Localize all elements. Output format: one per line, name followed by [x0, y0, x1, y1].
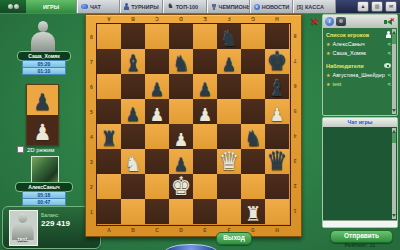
bottom-logo-icon	[165, 244, 217, 250]
cashier-icon: [$]	[297, 4, 303, 10]
player-name: Августина_Шнейдер	[332, 72, 385, 78]
players-header: Список игроков	[326, 30, 391, 39]
square-c1[interactable]	[145, 199, 169, 224]
balance-label: Баланс:	[41, 212, 59, 218]
black-bishop-piece: ♝	[121, 52, 145, 74]
black-bishop-piece: ♝	[265, 77, 289, 99]
players-header-label: Список игроков	[326, 32, 369, 38]
tab-label: ЧАТ	[90, 4, 101, 10]
file-label-bottom: C	[145, 224, 169, 236]
white-knight-piece: ♞	[121, 153, 145, 174]
tournament-person-icon	[124, 3, 129, 10]
tab-chat[interactable]: ЧАТ	[77, 0, 120, 13]
bottom-player-clock2: 00:47	[22, 198, 66, 206]
tab-label: ЧЕМПИОНЫ	[219, 4, 250, 10]
black-pawn-piece: ♟	[121, 106, 145, 124]
mode-label: 2D режим	[27, 147, 54, 153]
black-knight-piece: ♞	[217, 28, 241, 49]
square-d1[interactable]	[169, 199, 193, 224]
chess-board: ABCDEFGH8♞87♝♞♟♚76♟♟♝65♟♟♟♟54♜♟♞43♞♟♛♛32…	[86, 15, 301, 236]
square-a3[interactable]	[97, 149, 121, 174]
player-name: АлексСаныч	[332, 41, 385, 47]
rank-label-left: 3	[86, 149, 97, 174]
square-e3[interactable]	[193, 149, 217, 174]
square-a2[interactable]	[97, 174, 121, 199]
square-e4[interactable]	[193, 124, 217, 149]
file-label-bottom: D	[169, 224, 193, 236]
tab-label: НОВОСТИ	[262, 4, 290, 10]
file-label-top: A	[97, 15, 121, 24]
square-d7[interactable]: ♞	[169, 49, 193, 74]
chat-messages	[323, 127, 397, 220]
tab-label: ТУРНИРЫ	[131, 4, 158, 10]
black-pawn-piece: ♟	[217, 56, 241, 74]
window-buttons: ▲ ▥ ✉	[336, 0, 400, 13]
rank-label-right: 5	[289, 99, 301, 124]
square-d6[interactable]	[169, 74, 193, 99]
square-a5[interactable]	[97, 99, 121, 124]
square-g7[interactable]	[241, 49, 265, 74]
rank-label-right: 4	[289, 124, 301, 149]
square-e1[interactable]	[193, 199, 217, 224]
white-pawn-piece: ♟	[145, 106, 169, 124]
square-b1[interactable]	[121, 199, 145, 224]
tab-tournaments[interactable]: ТУРНИРЫ	[120, 0, 163, 13]
toolbar-tabs: ИГРЫЧАТТУРНИРЫ♞ТОП-100ЧЕМПИОНЫiНОВОСТИ[$…	[26, 0, 336, 13]
preview-square-dark: ♟	[27, 115, 58, 145]
square-h6[interactable]: ♝	[265, 74, 289, 99]
square-g2[interactable]	[241, 174, 265, 199]
square-f3[interactable]: ♛	[217, 149, 241, 174]
square-b6[interactable]	[121, 74, 145, 99]
black-pawn-preview-icon: ♟	[27, 91, 58, 113]
file-label-bottom: A	[97, 224, 121, 236]
square-b2[interactable]	[121, 174, 145, 199]
square-a4[interactable]: ♜	[97, 124, 121, 149]
mode-checkbox[interactable]	[17, 146, 24, 153]
observers-eye-icon	[384, 63, 391, 68]
bottom-player-avatar	[31, 156, 59, 184]
square-h2[interactable]	[265, 174, 289, 199]
black-pawn-piece: ♟	[193, 81, 217, 99]
square-c2[interactable]	[145, 174, 169, 199]
file-label-bottom: B	[121, 224, 145, 236]
square-f6[interactable]	[217, 74, 241, 99]
black-knight-piece: ♞	[169, 53, 193, 74]
square-f5[interactable]	[217, 99, 241, 124]
square-b7[interactable]: ♝	[121, 49, 145, 74]
square-g5[interactable]	[241, 99, 265, 124]
square-e6[interactable]: ♟	[193, 74, 217, 99]
square-d5[interactable]	[169, 99, 193, 124]
square-c4[interactable]	[145, 124, 169, 149]
rating-label: Рейтинг: 11	[328, 242, 392, 248]
tab-news[interactable]: iНОВОСТИ	[250, 0, 293, 13]
trophy-icon	[211, 4, 217, 10]
rank-label-left: 7	[86, 49, 97, 74]
star-icon: ★	[326, 41, 330, 47]
site-logo-icon[interactable]	[0, 0, 26, 13]
chat-header: Чат игры	[323, 118, 397, 127]
stats-icon[interactable]: ▥	[371, 1, 383, 12]
top-player-clock2: 01:10	[22, 67, 66, 75]
preview-square-light: ♟	[27, 85, 58, 115]
rank-label-right: 6	[289, 74, 301, 99]
players-rows: ★АлексСаныч<★Саша_Хомяк<	[326, 39, 391, 57]
tab-label: ТОП-100	[176, 4, 198, 10]
chat-scrollbar[interactable]	[392, 128, 396, 219]
chat-bubble-icon	[81, 4, 88, 9]
square-b5[interactable]: ♟	[121, 99, 145, 124]
balance-value: 229 419	[41, 219, 70, 228]
username: test	[9, 236, 36, 242]
white-pawn-piece: ♟	[265, 106, 289, 124]
square-g1[interactable]: ♜	[241, 199, 265, 224]
file-label-top: H	[265, 15, 289, 24]
black-knight-piece: ♞	[241, 128, 265, 149]
square-c3[interactable]	[145, 149, 169, 174]
rank-label-left: 6	[86, 74, 97, 99]
piece-style-preview: ♟ ♟	[26, 84, 59, 146]
player-row[interactable]: ★Саша_Хомяк<	[326, 48, 391, 57]
chat-panel: Чат игры	[322, 117, 398, 228]
close-icon[interactable]: ✕	[308, 15, 321, 28]
board-corner	[86, 224, 97, 236]
players-panel: i ✕ Список игроков ★АлексСаныч<★Саша_Хом…	[322, 14, 398, 116]
observers-rows: ★Августина_Шнейдер<★test<	[326, 70, 391, 88]
black-pawn-piece: ♟	[145, 81, 169, 99]
square-g3[interactable]	[241, 149, 265, 174]
square-f2[interactable]	[217, 174, 241, 199]
white-rook-piece: ♜	[241, 204, 265, 224]
file-label-top: F	[217, 15, 241, 24]
file-label-bottom: H	[265, 224, 289, 236]
chat-input[interactable]	[323, 220, 397, 227]
square-b4[interactable]	[121, 124, 145, 149]
rank-label-right: 8	[289, 24, 301, 49]
square-h1[interactable]	[265, 199, 289, 224]
main-toolbar: ИГРЫЧАТТУРНИРЫ♞ТОП-100ЧЕМПИОНЫiНОВОСТИ[$…	[0, 0, 400, 14]
square-h3[interactable]: ♛	[265, 149, 289, 174]
square-d2[interactable]: ♚	[169, 174, 193, 199]
rank-label-left: 2	[86, 174, 97, 199]
star-icon: ★	[326, 72, 330, 78]
mail-icon[interactable]: ✉	[385, 1, 397, 12]
white-pawn-preview-icon: ♟	[27, 121, 58, 143]
board-corner	[289, 15, 301, 24]
join-arrow-icon[interactable]: <	[387, 81, 391, 87]
file-label-top: E	[193, 15, 217, 24]
top-player-avatar	[31, 21, 55, 51]
info-icon[interactable]: i	[325, 17, 334, 26]
white-pawn-piece: ♟	[169, 131, 193, 149]
game-window: ИГРЫЧАТТУРНИРЫ♞ТОП-100ЧЕМПИОНЫiНОВОСТИ[$…	[0, 0, 400, 250]
square-c7[interactable]	[145, 49, 169, 74]
square-d4[interactable]: ♟	[169, 124, 193, 149]
players-scrollbar[interactable]	[392, 29, 396, 114]
file-label-top: G	[241, 15, 265, 24]
square-a7[interactable]	[97, 49, 121, 74]
black-queen-piece: ♛	[265, 148, 289, 174]
square-e8[interactable]	[193, 24, 217, 49]
news-info-icon: i	[254, 4, 260, 10]
white-king-piece: ♚	[169, 173, 193, 199]
square-d8[interactable]	[169, 24, 193, 49]
white-pawn-piece: ♟	[193, 106, 217, 124]
rank-label-left: 8	[86, 24, 97, 49]
exit-button[interactable]: Выход	[216, 232, 252, 245]
camera-icon[interactable]	[336, 17, 346, 26]
square-a8[interactable]	[97, 24, 121, 49]
square-g4[interactable]: ♞	[241, 124, 265, 149]
join-arrow-icon[interactable]: <	[387, 50, 391, 56]
join-arrow-icon[interactable]: <	[387, 41, 391, 47]
observer-row[interactable]: ★test<	[326, 79, 391, 88]
player-name: test	[332, 81, 385, 87]
square-a6[interactable]	[97, 74, 121, 99]
square-e2[interactable]	[193, 174, 217, 199]
upload-icon[interactable]: ▲	[357, 1, 369, 12]
sound-icon[interactable]: ✕	[384, 17, 395, 27]
square-a1[interactable]	[97, 199, 121, 224]
board-corner	[289, 224, 301, 236]
tab-label: КАССА	[305, 4, 324, 10]
observers-header-label: Наблюдатели	[326, 63, 364, 69]
square-g8[interactable]	[241, 24, 265, 49]
panel-buttons: i ✕	[323, 15, 397, 28]
rank-label-right: 3	[289, 149, 301, 174]
rank-label-right: 1	[289, 199, 301, 224]
file-label-top: D	[169, 15, 193, 24]
file-label-top: C	[145, 15, 169, 24]
black-rook-piece: ♜	[97, 129, 121, 149]
square-h5[interactable]: ♟	[265, 99, 289, 124]
tab-games[interactable]: ИГРЫ	[26, 0, 77, 13]
rank-label-left: 1	[86, 199, 97, 224]
square-h7[interactable]: ♚	[265, 49, 289, 74]
player-name: Саша_Хомяк	[332, 50, 385, 56]
white-queen-piece: ♛	[217, 148, 241, 174]
file-label-bottom: E	[193, 224, 217, 236]
tab-label: ИГРЫ	[43, 4, 59, 10]
star-icon: ★	[326, 50, 330, 56]
tab-top100[interactable]: ♞ТОП-100	[163, 0, 206, 13]
rank-label-right: 7	[289, 49, 301, 74]
black-king-piece: ♚	[265, 48, 289, 74]
rank-label-right: 2	[289, 174, 301, 199]
square-f8[interactable]: ♞	[217, 24, 241, 49]
square-c8[interactable]	[145, 24, 169, 49]
rank-label-left: 4	[86, 124, 97, 149]
square-b3[interactable]: ♞	[121, 149, 145, 174]
square-f1[interactable]	[217, 199, 241, 224]
square-f7[interactable]: ♟	[217, 49, 241, 74]
observer-row[interactable]: ★Августина_Шнейдер<	[326, 70, 391, 79]
square-b8[interactable]	[121, 24, 145, 49]
square-c6[interactable]: ♟	[145, 74, 169, 99]
square-e7[interactable]	[193, 49, 217, 74]
star-icon: ★	[326, 81, 330, 87]
mode-toggle[interactable]: 2D режим	[17, 146, 54, 153]
observers-header: Наблюдатели	[326, 61, 391, 70]
player-list-icon	[386, 31, 391, 38]
chess-board-frame: ABCDEFGH8♞87♝♞♟♚76♟♟♝65♟♟♟♟54♜♟♞43♞♟♛♛32…	[85, 14, 302, 237]
square-e5[interactable]: ♟	[193, 99, 217, 124]
join-arrow-icon[interactable]: <	[387, 72, 391, 78]
tab-champions[interactable]: ЧЕМПИОНЫ	[207, 0, 250, 13]
rank-label-left: 5	[86, 99, 97, 124]
players-list: Список игроков ★АлексСаныч<★Саша_Хомяк< …	[323, 28, 397, 115]
square-g6[interactable]	[241, 74, 265, 99]
player-row[interactable]: ★АлексСаныч<	[326, 39, 391, 48]
tab-cashier[interactable]: [$]КАССА	[293, 0, 336, 13]
file-label-top: B	[121, 15, 145, 24]
knight-icon: ♞	[167, 3, 173, 10]
board-corner	[86, 15, 97, 24]
square-c5[interactable]: ♟	[145, 99, 169, 124]
